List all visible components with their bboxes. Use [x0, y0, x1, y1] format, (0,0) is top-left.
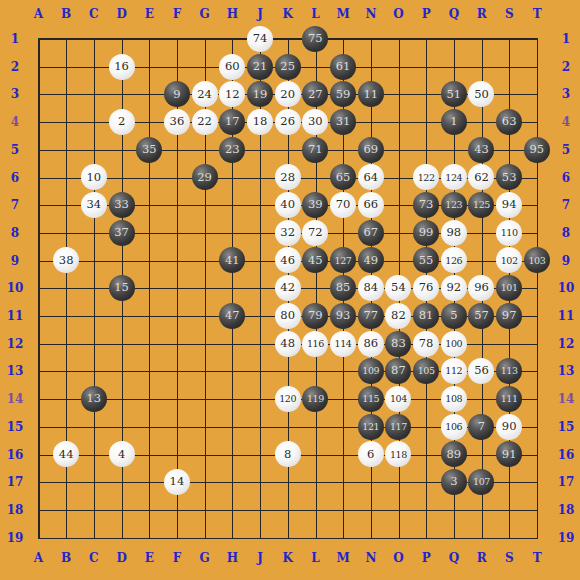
board-stones-grid[interactable]: 1234567891011121314151617181920212223242…	[25, 25, 551, 551]
stone-move-number: 2	[118, 116, 125, 128]
column-label-bottom-m: M	[337, 552, 350, 564]
stone-black-l5-move-71[interactable]: 71	[302, 137, 328, 163]
stone-black-q7-move-123[interactable]: 123	[441, 192, 467, 218]
stone-move-number: 25	[280, 61, 295, 73]
stone-move-number: 120	[279, 394, 296, 404]
stone-move-number: 126	[445, 256, 462, 266]
stone-move-number: 45	[308, 255, 323, 267]
row-label-left-19: 19	[7, 532, 24, 544]
stone-black-q4-move-1[interactable]: 1	[441, 109, 467, 135]
column-label-top-o: O	[393, 8, 403, 20]
stone-move-number: 3	[450, 476, 457, 488]
stone-black-n5-move-69[interactable]: 69	[358, 137, 384, 163]
stone-move-number: 77	[363, 310, 378, 322]
stone-black-m4-move-31[interactable]: 31	[330, 109, 356, 135]
stone-move-number: 48	[280, 338, 295, 350]
stone-move-number: 22	[197, 116, 212, 128]
stone-move-number: 71	[308, 144, 323, 156]
stone-white-n6-move-64[interactable]: 64	[358, 164, 384, 190]
stone-black-r11-move-57[interactable]: 57	[468, 303, 494, 329]
stone-move-number: 56	[474, 365, 489, 377]
stone-move-number: 101	[501, 283, 518, 293]
stone-move-number: 9	[173, 89, 180, 101]
stone-move-number: 119	[307, 394, 324, 404]
stone-move-number: 19	[253, 89, 268, 101]
column-label-bottom-l: L	[311, 552, 319, 564]
stone-move-number: 20	[280, 89, 295, 101]
row-label-left-15: 15	[7, 421, 24, 433]
stone-move-number: 81	[419, 310, 434, 322]
stone-black-o12-move-83[interactable]: 83	[385, 331, 411, 357]
stone-move-number: 31	[336, 116, 351, 128]
row-label-left-2: 2	[11, 61, 19, 73]
stone-black-l9-move-45[interactable]: 45	[302, 247, 328, 273]
row-label-left-3: 3	[11, 88, 19, 100]
stone-black-q3-move-51[interactable]: 51	[441, 81, 467, 107]
stone-move-number: 108	[445, 394, 462, 404]
stone-black-p8-move-99[interactable]: 99	[413, 220, 439, 246]
stone-white-b9-move-38[interactable]: 38	[53, 247, 79, 273]
stone-black-d7-move-33[interactable]: 33	[109, 192, 135, 218]
stone-move-number: 89	[446, 449, 461, 461]
stone-move-number: 12	[225, 89, 240, 101]
stone-white-k4-move-26[interactable]: 26	[275, 109, 301, 135]
stone-move-number: 23	[225, 144, 240, 156]
stone-black-h4-move-17[interactable]: 17	[219, 109, 245, 135]
row-label-left-11: 11	[7, 310, 24, 322]
column-label-top-r: R	[477, 8, 487, 20]
stone-move-number: 30	[308, 116, 323, 128]
stone-move-number: 27	[308, 89, 323, 101]
stone-move-number: 104	[390, 394, 407, 404]
column-label-bottom-o: O	[393, 552, 403, 564]
stone-black-m3-move-59[interactable]: 59	[330, 81, 356, 107]
stone-move-number: 17	[225, 116, 240, 128]
column-label-top-p: P	[422, 8, 431, 20]
stone-black-r17-move-107[interactable]: 107	[468, 469, 494, 495]
stone-white-l12-move-116[interactable]: 116	[302, 331, 328, 357]
stone-move-number: 97	[502, 310, 517, 322]
stone-white-k8-move-32[interactable]: 32	[275, 220, 301, 246]
stone-black-n14-move-115[interactable]: 115	[358, 386, 384, 412]
stone-white-r6-move-62[interactable]: 62	[468, 164, 494, 190]
row-label-right-6: 6	[562, 172, 570, 184]
stone-move-number: 47	[225, 310, 240, 322]
stone-black-l3-move-27[interactable]: 27	[302, 81, 328, 107]
stone-black-m10-move-85[interactable]: 85	[330, 275, 356, 301]
stone-white-q8-move-98[interactable]: 98	[441, 220, 467, 246]
stone-white-d16-move-4[interactable]: 4	[109, 441, 135, 467]
row-label-right-18: 18	[558, 504, 575, 516]
stone-move-number: 96	[474, 282, 489, 294]
stone-move-number: 117	[390, 422, 407, 432]
stone-white-f4-move-36[interactable]: 36	[164, 109, 190, 135]
stone-move-number: 82	[391, 310, 406, 322]
stone-white-d4-move-2[interactable]: 2	[109, 109, 135, 135]
stone-move-number: 6	[367, 449, 374, 461]
row-label-right-11: 11	[558, 310, 575, 322]
stone-move-number: 44	[59, 449, 74, 461]
stone-white-j1-move-74[interactable]: 74	[247, 26, 273, 52]
stone-black-q11-move-5[interactable]: 5	[441, 303, 467, 329]
stone-move-number: 72	[308, 227, 323, 239]
stone-white-g4-move-22[interactable]: 22	[192, 109, 218, 135]
stone-white-o10-move-54[interactable]: 54	[385, 275, 411, 301]
row-label-left-4: 4	[11, 116, 19, 128]
stone-white-k14-move-120[interactable]: 120	[275, 386, 301, 412]
stone-white-q13-move-112[interactable]: 112	[441, 358, 467, 384]
row-label-right-19: 19	[558, 532, 575, 544]
stone-move-number: 122	[418, 173, 435, 183]
column-label-top-q: Q	[449, 8, 459, 20]
stone-white-r10-move-96[interactable]: 96	[468, 275, 494, 301]
stone-move-number: 125	[473, 200, 490, 210]
stone-move-number: 54	[391, 282, 406, 294]
stone-black-e5-move-35[interactable]: 35	[136, 137, 162, 163]
stone-move-number: 105	[418, 366, 435, 376]
stone-move-number: 42	[280, 282, 295, 294]
row-label-left-14: 14	[7, 393, 24, 405]
stone-move-number: 106	[445, 422, 462, 432]
stone-move-number: 63	[502, 116, 517, 128]
row-label-right-2: 2	[562, 61, 570, 73]
stone-black-s14-move-111[interactable]: 111	[496, 386, 522, 412]
stone-move-number: 46	[280, 255, 295, 267]
stone-black-m6-move-65[interactable]: 65	[330, 164, 356, 190]
column-label-bottom-h: H	[227, 552, 238, 564]
stone-white-k7-move-40[interactable]: 40	[275, 192, 301, 218]
stone-white-b16-move-44[interactable]: 44	[53, 441, 79, 467]
stone-white-m12-move-114[interactable]: 114	[330, 331, 356, 357]
stone-move-number: 92	[446, 282, 461, 294]
stone-black-h9-move-41[interactable]: 41	[219, 247, 245, 273]
stone-black-s4-move-63[interactable]: 63	[496, 109, 522, 135]
stone-black-l1-move-75[interactable]: 75	[302, 26, 328, 52]
stone-move-number: 85	[336, 282, 351, 294]
stone-black-j2-move-21[interactable]: 21	[247, 54, 273, 80]
column-label-top-g: G	[200, 8, 210, 20]
stone-move-number: 86	[363, 338, 378, 350]
stone-white-n7-move-66[interactable]: 66	[358, 192, 384, 218]
stone-white-s8-move-110[interactable]: 110	[496, 220, 522, 246]
stone-black-s16-move-91[interactable]: 91	[496, 441, 522, 467]
stone-white-h2-move-60[interactable]: 60	[219, 54, 245, 80]
stone-white-q9-move-126[interactable]: 126	[441, 247, 467, 273]
stone-move-number: 43	[474, 144, 489, 156]
stone-move-number: 55	[419, 255, 434, 267]
row-label-left-1: 1	[11, 33, 19, 45]
stone-move-number: 49	[363, 255, 378, 267]
stone-white-l8-move-72[interactable]: 72	[302, 220, 328, 246]
stone-white-p10-move-76[interactable]: 76	[413, 275, 439, 301]
row-label-left-16: 16	[7, 449, 24, 461]
stone-white-f17-move-14[interactable]: 14	[164, 469, 190, 495]
column-label-bottom-t: T	[533, 552, 542, 564]
stone-move-number: 50	[474, 89, 489, 101]
column-label-top-j: J	[257, 8, 263, 20]
stone-black-h11-move-47[interactable]: 47	[219, 303, 245, 329]
stone-move-number: 65	[336, 172, 351, 184]
stone-move-number: 40	[280, 199, 295, 211]
stone-move-number: 109	[362, 366, 379, 376]
stone-white-c7-move-34[interactable]: 34	[81, 192, 107, 218]
stone-white-k12-move-48[interactable]: 48	[275, 331, 301, 357]
row-label-left-17: 17	[7, 476, 24, 488]
stone-move-number: 118	[390, 450, 407, 460]
stone-move-number: 67	[363, 227, 378, 239]
stone-black-q17-move-3[interactable]: 3	[441, 469, 467, 495]
stone-move-number: 13	[87, 393, 102, 405]
stone-black-g6-move-29[interactable]: 29	[192, 164, 218, 190]
stone-move-number: 73	[419, 199, 434, 211]
stone-move-number: 78	[419, 338, 434, 350]
column-label-bottom-c: C	[89, 552, 99, 564]
stone-move-number: 102	[501, 256, 518, 266]
row-label-right-15: 15	[558, 421, 575, 433]
stone-move-number: 84	[363, 282, 378, 294]
row-label-right-3: 3	[562, 88, 570, 100]
stone-move-number: 24	[197, 89, 212, 101]
stone-move-number: 60	[225, 61, 240, 73]
stone-black-n8-move-67[interactable]: 67	[358, 220, 384, 246]
row-label-left-12: 12	[7, 338, 24, 350]
stone-move-number: 37	[114, 227, 129, 239]
row-label-right-10: 10	[558, 282, 575, 294]
stone-white-q12-move-100[interactable]: 100	[441, 331, 467, 357]
stone-move-number: 75	[308, 33, 323, 45]
row-label-left-13: 13	[7, 365, 24, 377]
stone-move-number: 114	[335, 339, 352, 349]
stone-move-number: 35	[142, 144, 157, 156]
stone-move-number: 21	[253, 61, 268, 73]
stone-white-k3-move-20[interactable]: 20	[275, 81, 301, 107]
stone-black-r7-move-125[interactable]: 125	[468, 192, 494, 218]
stone-white-k9-move-46[interactable]: 46	[275, 247, 301, 273]
stone-move-number: 76	[419, 282, 434, 294]
column-label-top-k: K	[283, 8, 293, 20]
stone-move-number: 66	[363, 199, 378, 211]
stone-black-d10-move-15[interactable]: 15	[109, 275, 135, 301]
stone-black-m2-move-61[interactable]: 61	[330, 54, 356, 80]
row-label-right-13: 13	[558, 365, 575, 377]
column-label-bottom-a: A	[34, 552, 43, 564]
stone-black-p11-move-81[interactable]: 81	[413, 303, 439, 329]
stone-black-s13-move-113[interactable]: 113	[496, 358, 522, 384]
column-label-bottom-k: K	[283, 552, 293, 564]
stone-black-q16-move-89[interactable]: 89	[441, 441, 467, 467]
stone-black-r15-move-7[interactable]: 7	[468, 414, 494, 440]
stone-move-number: 80	[280, 310, 295, 322]
stone-white-n16-move-6[interactable]: 6	[358, 441, 384, 467]
stone-move-number: 51	[446, 89, 461, 101]
stone-black-s11-move-97[interactable]: 97	[496, 303, 522, 329]
stone-white-h3-move-12[interactable]: 12	[219, 81, 245, 107]
stone-move-number: 28	[280, 172, 295, 184]
stone-move-number: 103	[528, 256, 545, 266]
stone-black-s10-move-101[interactable]: 101	[496, 275, 522, 301]
stone-move-number: 112	[445, 366, 462, 376]
stone-move-number: 113	[501, 366, 518, 376]
stone-black-n15-move-121[interactable]: 121	[358, 414, 384, 440]
row-label-right-17: 17	[558, 476, 575, 488]
stone-black-p9-move-55[interactable]: 55	[413, 247, 439, 273]
stone-move-number: 36	[170, 116, 185, 128]
stone-move-number: 115	[362, 394, 379, 404]
column-label-top-f: F	[173, 8, 182, 20]
stone-black-t5-move-95[interactable]: 95	[524, 137, 550, 163]
stone-black-d8-move-37[interactable]: 37	[109, 220, 135, 246]
stone-white-p6-move-122[interactable]: 122	[413, 164, 439, 190]
stone-black-t9-move-103[interactable]: 103	[524, 247, 550, 273]
stone-black-k2-move-25[interactable]: 25	[275, 54, 301, 80]
stone-black-n9-move-49[interactable]: 49	[358, 247, 384, 273]
stone-white-k10-move-42[interactable]: 42	[275, 275, 301, 301]
stone-black-l7-move-39[interactable]: 39	[302, 192, 328, 218]
stone-move-number: 69	[363, 144, 378, 156]
stone-white-n10-move-84[interactable]: 84	[358, 275, 384, 301]
column-label-bottom-d: D	[116, 552, 126, 564]
stone-white-s7-move-94[interactable]: 94	[496, 192, 522, 218]
stone-black-m11-move-93[interactable]: 93	[330, 303, 356, 329]
stone-black-o15-move-117[interactable]: 117	[385, 414, 411, 440]
stone-black-j3-move-19[interactable]: 19	[247, 81, 273, 107]
stone-white-q6-move-124[interactable]: 124	[441, 164, 467, 190]
column-label-bottom-b: B	[61, 552, 71, 564]
stone-move-number: 1	[450, 116, 457, 128]
stone-white-p12-move-78[interactable]: 78	[413, 331, 439, 357]
stone-black-h5-move-23[interactable]: 23	[219, 137, 245, 163]
stone-black-o13-move-87[interactable]: 87	[385, 358, 411, 384]
stone-move-number: 70	[336, 199, 351, 211]
stone-move-number: 18	[253, 116, 268, 128]
stone-move-number: 107	[473, 477, 490, 487]
stone-move-number: 5	[450, 310, 457, 322]
stone-black-c14-move-13[interactable]: 13	[81, 386, 107, 412]
column-label-top-c: C	[89, 8, 99, 20]
stone-black-p13-move-105[interactable]: 105	[413, 358, 439, 384]
stone-white-q10-move-92[interactable]: 92	[441, 275, 467, 301]
row-label-right-12: 12	[558, 338, 575, 350]
stone-white-k11-move-80[interactable]: 80	[275, 303, 301, 329]
stone-move-number: 95	[530, 144, 545, 156]
column-label-top-l: L	[311, 8, 319, 20]
stone-move-number: 91	[502, 449, 517, 461]
column-label-top-s: S	[505, 8, 514, 20]
stone-black-r5-move-43[interactable]: 43	[468, 137, 494, 163]
stone-move-number: 34	[87, 199, 102, 211]
stone-move-number: 99	[419, 227, 434, 239]
stone-white-s15-move-90[interactable]: 90	[496, 414, 522, 440]
stone-move-number: 8	[284, 449, 291, 461]
stone-move-number: 16	[114, 61, 129, 73]
stone-move-number: 94	[502, 199, 517, 211]
stone-black-s6-move-53[interactable]: 53	[496, 164, 522, 190]
column-label-bottom-s: S	[505, 552, 514, 564]
stone-black-l14-move-119[interactable]: 119	[302, 386, 328, 412]
stone-white-d2-move-16[interactable]: 16	[109, 54, 135, 80]
row-label-left-9: 9	[11, 255, 19, 267]
stone-move-number: 61	[336, 61, 351, 73]
column-label-bottom-r: R	[477, 552, 487, 564]
column-label-top-n: N	[365, 8, 376, 20]
stone-white-s9-move-102[interactable]: 102	[496, 247, 522, 273]
stone-black-n11-move-77[interactable]: 77	[358, 303, 384, 329]
stone-white-g3-move-24[interactable]: 24	[192, 81, 218, 107]
stone-move-number: 98	[446, 227, 461, 239]
stone-white-k6-move-28[interactable]: 28	[275, 164, 301, 190]
stone-white-o11-move-82[interactable]: 82	[385, 303, 411, 329]
stone-white-r3-move-50[interactable]: 50	[468, 81, 494, 107]
stone-black-l11-move-79[interactable]: 79	[302, 303, 328, 329]
column-label-top-d: D	[116, 8, 126, 20]
stone-white-j4-move-18[interactable]: 18	[247, 109, 273, 135]
stone-white-r13-move-56[interactable]: 56	[468, 358, 494, 384]
column-label-bottom-q: Q	[449, 552, 459, 564]
stone-white-m7-move-70[interactable]: 70	[330, 192, 356, 218]
stone-move-number: 93	[336, 310, 351, 322]
stone-move-number: 39	[308, 199, 323, 211]
column-label-bottom-p: P	[422, 552, 431, 564]
stone-move-number: 41	[225, 255, 240, 267]
stone-white-l4-move-30[interactable]: 30	[302, 109, 328, 135]
stone-move-number: 111	[501, 394, 518, 404]
go-board-diagram: ABCDEFGHJKLMNOPQRST ABCDEFGHJKLMNOPQRST …	[0, 0, 580, 580]
stone-move-number: 121	[362, 422, 379, 432]
stone-white-n12-move-86[interactable]: 86	[358, 331, 384, 357]
stone-move-number: 15	[114, 282, 129, 294]
column-label-bottom-e: E	[145, 552, 154, 564]
stone-move-number: 38	[59, 255, 74, 267]
column-label-bottom-g: G	[200, 552, 210, 564]
stone-white-q15-move-106[interactable]: 106	[441, 414, 467, 440]
stone-white-q14-move-108[interactable]: 108	[441, 386, 467, 412]
stone-white-o16-move-118[interactable]: 118	[385, 441, 411, 467]
stone-move-number: 14	[170, 476, 185, 488]
stone-move-number: 110	[501, 228, 518, 238]
stone-move-number: 64	[363, 172, 378, 184]
stone-move-number: 127	[335, 256, 352, 266]
stone-white-o14-move-104[interactable]: 104	[385, 386, 411, 412]
row-label-right-14: 14	[558, 393, 575, 405]
column-label-top-t: T	[533, 8, 542, 20]
stone-move-number: 62	[474, 172, 489, 184]
row-label-left-18: 18	[7, 504, 24, 516]
stone-move-number: 11	[363, 89, 378, 101]
stone-white-k16-move-8[interactable]: 8	[275, 441, 301, 467]
row-label-left-10: 10	[7, 282, 24, 294]
row-label-left-7: 7	[11, 199, 19, 211]
stone-move-number: 87	[391, 365, 406, 377]
row-label-right-4: 4	[562, 116, 570, 128]
stone-black-p7-move-73[interactable]: 73	[413, 192, 439, 218]
stone-move-number: 83	[391, 338, 406, 350]
stone-move-number: 100	[445, 339, 462, 349]
column-label-top-h: H	[227, 8, 238, 20]
stone-black-m9-move-127[interactable]: 127	[330, 247, 356, 273]
stone-move-number: 57	[474, 310, 489, 322]
row-label-right-1: 1	[562, 33, 570, 45]
stone-move-number: 26	[280, 116, 295, 128]
row-label-right-7: 7	[562, 199, 570, 211]
stone-black-n13-move-109[interactable]: 109	[358, 358, 384, 384]
row-label-right-8: 8	[562, 227, 570, 239]
stone-black-f3-move-9[interactable]: 9	[164, 81, 190, 107]
row-label-left-8: 8	[11, 227, 19, 239]
column-label-top-e: E	[145, 8, 154, 20]
stone-white-c6-move-10[interactable]: 10	[81, 164, 107, 190]
stone-move-number: 74	[253, 33, 268, 45]
stone-black-n3-move-11[interactable]: 11	[358, 81, 384, 107]
